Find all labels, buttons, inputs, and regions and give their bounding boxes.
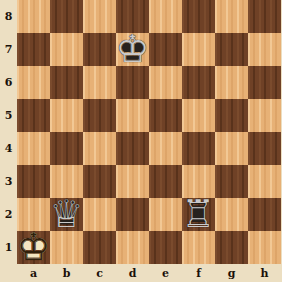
square-f8[interactable] — [182, 0, 215, 33]
square-h8[interactable] — [248, 0, 281, 33]
square-g5[interactable] — [215, 99, 248, 132]
black-queen-outline-icon: ♕ — [50, 198, 83, 231]
square-c7[interactable] — [83, 33, 116, 66]
square-g7[interactable] — [215, 33, 248, 66]
square-c8[interactable] — [83, 0, 116, 33]
square-g4[interactable] — [215, 132, 248, 165]
rank-label-5: 5 — [0, 99, 17, 132]
square-h4[interactable] — [248, 132, 281, 165]
square-e5[interactable] — [149, 99, 182, 132]
square-d7[interactable]: ♚♔ — [116, 33, 149, 66]
piece-white-king[interactable]: ♚♔ — [17, 231, 50, 264]
square-b8[interactable] — [50, 0, 83, 33]
square-d4[interactable] — [116, 132, 149, 165]
file-label-c: c — [83, 264, 116, 282]
square-d5[interactable] — [116, 99, 149, 132]
square-e8[interactable] — [149, 0, 182, 33]
rank-label-4: 4 — [0, 132, 17, 165]
square-g8[interactable] — [215, 0, 248, 33]
file-label-b: b — [50, 264, 83, 282]
square-a7[interactable] — [17, 33, 50, 66]
square-a3[interactable] — [17, 165, 50, 198]
rank-label-2: 2 — [0, 198, 17, 231]
black-rook-outline-icon: ♖ — [182, 198, 215, 231]
square-f6[interactable] — [182, 66, 215, 99]
square-g2[interactable] — [215, 198, 248, 231]
file-label-d: d — [116, 264, 149, 282]
square-h3[interactable] — [248, 165, 281, 198]
square-g6[interactable] — [215, 66, 248, 99]
square-b2[interactable]: ♛♕ — [50, 198, 83, 231]
square-h7[interactable] — [248, 33, 281, 66]
rank-label-7: 7 — [0, 33, 17, 66]
file-labels: abcdefgh — [17, 264, 281, 282]
square-d3[interactable] — [116, 165, 149, 198]
rank-label-6: 6 — [0, 66, 17, 99]
square-f5[interactable] — [182, 99, 215, 132]
square-c1[interactable] — [83, 231, 116, 264]
square-d2[interactable] — [116, 198, 149, 231]
square-e2[interactable] — [149, 198, 182, 231]
square-a8[interactable] — [17, 0, 50, 33]
square-f4[interactable] — [182, 132, 215, 165]
square-e7[interactable] — [149, 33, 182, 66]
square-b5[interactable] — [50, 99, 83, 132]
square-h2[interactable] — [248, 198, 281, 231]
square-e4[interactable] — [149, 132, 182, 165]
square-c4[interactable] — [83, 132, 116, 165]
square-b4[interactable] — [50, 132, 83, 165]
chess-board: ♚♔♛♕♜♖♚♔ — [17, 0, 281, 264]
chess-diagram: 87654321 ♚♔♛♕♜♖♚♔ abcdefgh — [0, 0, 282, 282]
square-a4[interactable] — [17, 132, 50, 165]
square-e3[interactable] — [149, 165, 182, 198]
square-c6[interactable] — [83, 66, 116, 99]
square-g3[interactable] — [215, 165, 248, 198]
file-label-e: e — [149, 264, 182, 282]
file-label-f: f — [182, 264, 215, 282]
square-e1[interactable] — [149, 231, 182, 264]
white-king-outline-icon: ♔ — [17, 231, 50, 264]
file-label-g: g — [215, 264, 248, 282]
square-f7[interactable] — [182, 33, 215, 66]
rank-labels: 87654321 — [0, 0, 17, 264]
square-a6[interactable] — [17, 66, 50, 99]
square-g1[interactable] — [215, 231, 248, 264]
square-c3[interactable] — [83, 165, 116, 198]
piece-black-king[interactable]: ♚♔ — [116, 33, 149, 66]
black-king-outline-icon: ♔ — [116, 33, 149, 66]
square-b6[interactable] — [50, 66, 83, 99]
square-h5[interactable] — [248, 99, 281, 132]
piece-black-queen[interactable]: ♛♕ — [50, 198, 83, 231]
square-e6[interactable] — [149, 66, 182, 99]
square-d1[interactable] — [116, 231, 149, 264]
rank-label-3: 3 — [0, 165, 17, 198]
square-c5[interactable] — [83, 99, 116, 132]
square-c2[interactable] — [83, 198, 116, 231]
square-h6[interactable] — [248, 66, 281, 99]
square-a5[interactable] — [17, 99, 50, 132]
square-b7[interactable] — [50, 33, 83, 66]
square-h1[interactable] — [248, 231, 281, 264]
piece-black-rook[interactable]: ♜♖ — [182, 198, 215, 231]
square-f2[interactable]: ♜♖ — [182, 198, 215, 231]
rank-label-8: 8 — [0, 0, 17, 33]
rank-label-1: 1 — [0, 231, 17, 264]
square-a1[interactable]: ♚♔ — [17, 231, 50, 264]
file-label-h: h — [248, 264, 281, 282]
